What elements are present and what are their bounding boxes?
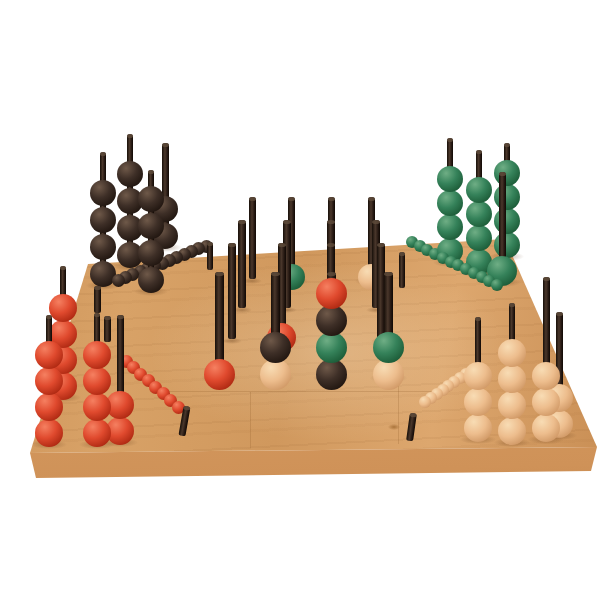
reserve-ball-green[interactable] — [437, 190, 463, 216]
extra-peg-5[interactable] — [399, 252, 405, 288]
reserve-ball-green[interactable] — [466, 225, 492, 251]
extra-peg-2[interactable] — [104, 316, 111, 342]
reserve-ball-black[interactable] — [117, 161, 143, 187]
reserve-ball-black[interactable] — [138, 267, 164, 293]
wood-seam — [398, 386, 399, 444]
ball-natural[interactable] — [260, 359, 291, 390]
ball-red[interactable] — [204, 359, 235, 390]
bead-black — [112, 274, 125, 287]
reserve-ball-red[interactable] — [83, 367, 111, 395]
grid-peg-r4c1[interactable] — [249, 197, 256, 279]
bead-natural — [419, 396, 431, 408]
ball-black[interactable] — [316, 305, 347, 336]
ball-red[interactable] — [316, 278, 347, 309]
grid-peg-r3c1[interactable] — [238, 220, 246, 308]
reserve-ball-black[interactable] — [90, 207, 116, 233]
reserve-ball-natural[interactable] — [498, 339, 526, 367]
reserve-ball-red[interactable] — [35, 341, 63, 369]
reserve-ball-black[interactable] — [138, 240, 164, 266]
ball-black[interactable] — [316, 359, 347, 390]
reserve-ball-black[interactable] — [138, 213, 164, 239]
reserve-ball-green[interactable] — [494, 184, 520, 210]
reserve-ball-natural[interactable] — [464, 414, 492, 442]
wood-seam — [150, 391, 450, 392]
reserve-ball-green[interactable] — [494, 160, 520, 186]
ball-green[interactable] — [373, 332, 404, 363]
reserve-ball-natural[interactable] — [532, 388, 560, 416]
reserve-ball-red[interactable] — [49, 294, 77, 322]
reserve-ball-green[interactable] — [494, 208, 520, 234]
reserve-ball-natural[interactable] — [532, 414, 560, 442]
reserve-ball-green[interactable] — [494, 232, 520, 258]
reserve-ball-natural[interactable] — [464, 388, 492, 416]
reserve-ball-natural[interactable] — [464, 362, 492, 390]
reserve-ball-black[interactable] — [90, 180, 116, 206]
reserve-ball-green[interactable] — [466, 177, 492, 203]
reserve-ball-black[interactable] — [90, 234, 116, 260]
bead-green — [491, 279, 503, 291]
reserve-ball-natural[interactable] — [498, 417, 526, 445]
reserve-ball-red[interactable] — [83, 393, 111, 421]
ball-green[interactable] — [316, 332, 347, 363]
extra-peg-3[interactable] — [207, 242, 213, 270]
extra-peg-1[interactable] — [94, 286, 101, 313]
reserve-ball-black[interactable] — [138, 186, 164, 212]
board-photo — [0, 0, 600, 600]
grid-peg-r2c1[interactable] — [228, 243, 236, 339]
reserve-ball-natural[interactable] — [498, 365, 526, 393]
reserve-ball-natural[interactable] — [532, 362, 560, 390]
reserve-ball-green[interactable] — [466, 201, 492, 227]
ball-natural[interactable] — [373, 359, 404, 390]
reserve-ball-red[interactable] — [83, 419, 111, 447]
reserve-ball-red[interactable] — [83, 341, 111, 369]
ball-black[interactable] — [260, 332, 291, 363]
reserve-ball-red[interactable] — [35, 367, 63, 395]
board-surface — [0, 0, 600, 600]
reserve-ball-red[interactable] — [35, 393, 63, 421]
wood-seam — [250, 392, 251, 448]
reserve-ball-red[interactable] — [35, 419, 63, 447]
reserve-ball-green[interactable] — [437, 166, 463, 192]
wood-knot — [388, 424, 400, 430]
reserve-ball-natural[interactable] — [498, 391, 526, 419]
reserve-ball-green[interactable] — [437, 214, 463, 240]
